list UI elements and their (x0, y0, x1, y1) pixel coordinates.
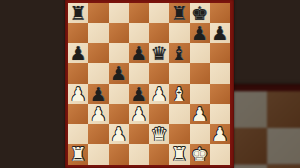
square-c2[interactable]: ♟ (109, 124, 129, 144)
square-f8[interactable]: ♜ (169, 3, 189, 23)
square-c5[interactable]: ♟ (109, 63, 129, 83)
square-h6[interactable] (210, 43, 230, 63)
bg-square-c8 (231, 90, 268, 127)
square-g7[interactable]: ♟ (190, 23, 210, 43)
square-d5[interactable] (129, 63, 149, 83)
black-pawn: ♟ (130, 84, 147, 104)
square-h7[interactable]: ♟ (210, 23, 230, 43)
square-h5[interactable] (210, 63, 230, 83)
square-e4[interactable]: ♟ (149, 84, 169, 104)
black-rook: ♜ (70, 3, 87, 23)
square-a7[interactable] (68, 23, 88, 43)
square-b5[interactable] (88, 63, 108, 83)
square-h8[interactable] (210, 3, 230, 23)
square-c7[interactable] (109, 23, 129, 43)
square-h3[interactable] (210, 104, 230, 124)
square-e3[interactable] (149, 104, 169, 124)
white-pawn: ♟ (191, 104, 208, 124)
square-a1[interactable]: ♜ (68, 144, 88, 164)
black-pawn: ♟ (70, 43, 87, 63)
chess-board: ♜♜♚♟♟♟♟♛♝♟♟♟♟♟♝♟♟♟♟♛♟♜♜♚ (68, 3, 230, 165)
square-b7[interactable] (88, 23, 108, 43)
square-f3[interactable] (169, 104, 189, 124)
square-e1[interactable] (149, 144, 169, 164)
square-d1[interactable] (129, 144, 149, 164)
black-pawn: ♟ (211, 23, 228, 43)
square-c1[interactable] (109, 144, 129, 164)
square-a8[interactable]: ♜ (68, 3, 88, 23)
square-g2[interactable] (190, 124, 210, 144)
black-pawn: ♟ (110, 63, 127, 83)
square-c3[interactable] (109, 104, 129, 124)
square-f7[interactable] (169, 23, 189, 43)
square-e7[interactable] (149, 23, 169, 43)
black-pawn: ♟ (191, 23, 208, 43)
square-g3[interactable]: ♟ (190, 104, 210, 124)
square-g5[interactable] (190, 63, 210, 83)
square-b3[interactable]: ♟ (88, 104, 108, 124)
black-bishop: ♝ (171, 43, 188, 63)
bg-square-d7 (268, 127, 300, 164)
square-b8[interactable] (88, 3, 108, 23)
white-rook: ♜ (171, 144, 188, 164)
square-f1[interactable]: ♜ (169, 144, 189, 164)
black-pawn: ♟ (90, 84, 107, 104)
square-g8[interactable]: ♚ (190, 3, 210, 23)
square-f6[interactable]: ♝ (169, 43, 189, 63)
white-pawn: ♟ (130, 104, 147, 124)
square-h1[interactable] (210, 144, 230, 164)
white-queen: ♛ (151, 124, 168, 144)
square-f2[interactable] (169, 124, 189, 144)
white-pawn: ♟ (151, 84, 168, 104)
square-e8[interactable] (149, 3, 169, 23)
square-a2[interactable] (68, 124, 88, 144)
white-pawn: ♟ (110, 124, 127, 144)
square-d2[interactable] (129, 124, 149, 144)
square-e5[interactable] (149, 63, 169, 83)
square-g6[interactable] (190, 43, 210, 63)
square-f4[interactable]: ♝ (169, 84, 189, 104)
square-g4[interactable] (190, 84, 210, 104)
square-b1[interactable] (88, 144, 108, 164)
white-pawn: ♟ (70, 84, 87, 104)
square-a6[interactable]: ♟ (68, 43, 88, 63)
square-d8[interactable] (129, 3, 149, 23)
square-a3[interactable] (68, 104, 88, 124)
square-c8[interactable] (109, 3, 129, 23)
square-f5[interactable] (169, 63, 189, 83)
square-h2[interactable]: ♟ (210, 124, 230, 144)
white-pawn: ♟ (211, 124, 228, 144)
bg-square-c7 (231, 127, 268, 164)
square-c4[interactable] (109, 84, 129, 104)
square-h4[interactable] (210, 84, 230, 104)
black-king: ♚ (191, 3, 208, 23)
bg-square-d6: ♟ (268, 165, 300, 168)
white-king: ♚ (191, 144, 208, 164)
bg-square-d8 (268, 90, 300, 127)
screenshot-root: ♜♜♚♟♟♟♟♛♝♟♟♟♟♟♝♟♟♟♟♛♟♜♜♚ ♜♜♚♟♟♟♟♛♝♟♟♟♟♟♝… (0, 0, 300, 168)
square-b2[interactable] (88, 124, 108, 144)
square-e6[interactable]: ♛ (149, 43, 169, 63)
square-d6[interactable]: ♟ (129, 43, 149, 63)
square-a4[interactable]: ♟ (68, 84, 88, 104)
black-rook: ♜ (171, 3, 188, 23)
square-a5[interactable] (68, 63, 88, 83)
square-d7[interactable] (129, 23, 149, 43)
white-bishop: ♝ (171, 84, 188, 104)
bg-square-c6 (231, 165, 268, 168)
square-c6[interactable] (109, 43, 129, 63)
square-d4[interactable]: ♟ (129, 84, 149, 104)
board-frame: ♜♜♚♟♟♟♟♛♝♟♟♟♟♟♝♟♟♟♟♛♟♜♜♚ (65, 0, 234, 168)
square-b6[interactable] (88, 43, 108, 63)
white-pawn: ♟ (90, 104, 107, 124)
square-b4[interactable]: ♟ (88, 84, 108, 104)
square-g1[interactable]: ♚ (190, 144, 210, 164)
square-d3[interactable]: ♟ (129, 104, 149, 124)
white-rook: ♜ (70, 144, 87, 164)
black-pawn: ♟ (130, 43, 147, 63)
black-queen: ♛ (151, 43, 168, 63)
square-e2[interactable]: ♛ (149, 124, 169, 144)
bg-black-pawn: ♟ (270, 165, 300, 168)
